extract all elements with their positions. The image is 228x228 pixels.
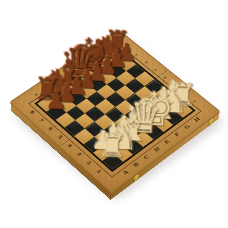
piece-black-pawn[interactable]: ♟ — [44, 87, 68, 113]
file-label: G — [182, 123, 192, 131]
file-label: H — [192, 115, 202, 123]
rank-label: 7 — [38, 117, 46, 123]
file-label: C — [141, 153, 150, 161]
file-label: E — [162, 138, 171, 145]
rank-label: 6 — [144, 60, 149, 64]
file-label: A — [120, 168, 130, 176]
file-label: D — [152, 145, 161, 153]
square-a1[interactable]: ♜ — [103, 153, 123, 169]
chess-board: ♜♟♟♜♞♟♟♞♝♟♟♝♚♟♟♚♛♟♟♛♝♟♟♝♞♟♟♞♜♟♟♜ AA11BB2… — [9, 29, 221, 193]
rank-label: 5 — [56, 134, 64, 140]
rank-label: 8 — [28, 109, 36, 115]
rank-label: 1 — [95, 168, 104, 175]
rank-label: 4 — [66, 142, 75, 148]
rank-label: 2 — [85, 159, 94, 166]
rank-label: 5 — [154, 68, 159, 72]
file-label: F — [172, 130, 181, 137]
file-label: B — [131, 161, 140, 169]
rank-label: 3 — [76, 150, 85, 157]
photo-scene: ♜♟♟♜♞♟♟♞♝♟♟♝♚♟♟♚♛♟♟♛♝♟♟♝♞♟♟♞♜♟♟♜ AA11BB2… — [0, 0, 228, 228]
square-a7[interactable]: ♟ — [46, 104, 66, 119]
piece-white-rook[interactable]: ♜ — [98, 129, 128, 162]
rank-label: 6 — [47, 125, 55, 131]
